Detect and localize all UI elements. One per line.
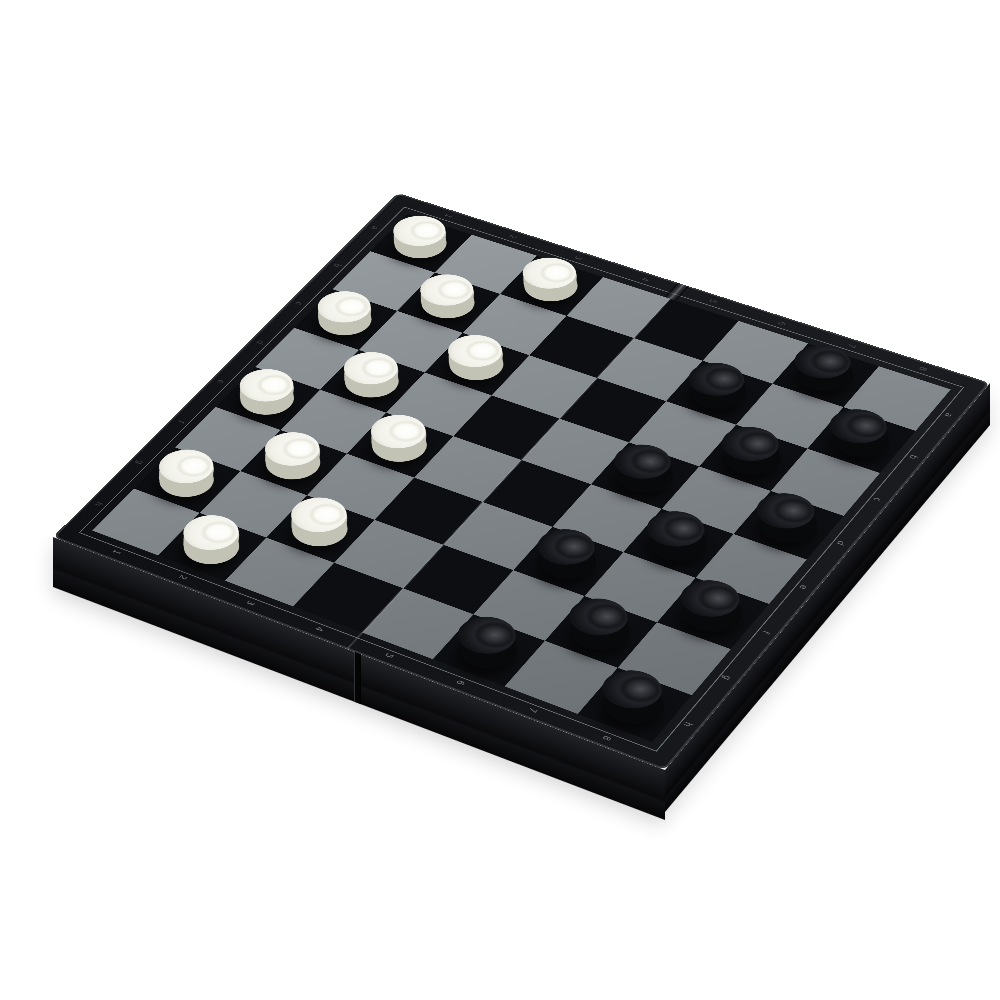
- black-checker-g7[interactable]: ⛂: [562, 607, 641, 657]
- white-checker-c1[interactable]: ⛀: [309, 298, 381, 341]
- white-checker-e1[interactable]: ⛀: [231, 376, 305, 420]
- white-checker-f2[interactable]: ⛀: [256, 440, 331, 486]
- scene: abcdefgh abcdefgh 87654321 87654321 ⛂⛂⛂⛂…: [0, 0, 1000, 1000]
- black-checker-d8[interactable]: ⛂: [750, 501, 828, 549]
- white-checker-h2[interactable]: ⛀: [174, 523, 250, 571]
- black-checker-b8[interactable]: ⛂: [823, 417, 899, 463]
- white-checker-b2[interactable]: ⛀: [412, 281, 484, 324]
- black-checker-h6[interactable]: ⛂: [449, 625, 528, 676]
- black-checker-h8[interactable]: ⛂: [595, 679, 675, 731]
- black-checker-b6[interactable]: ⛂: [682, 370, 757, 415]
- white-checker-d2[interactable]: ⛀: [336, 359, 410, 403]
- checkers-board: abcdefgh abcdefgh 87654321 87654321 ⛂⛂⛂⛂…: [53, 193, 990, 770]
- fold-hinge-gap-side: [354, 652, 361, 705]
- white-checker-g3[interactable]: ⛀: [282, 505, 358, 553]
- white-checker-a3[interactable]: ⛀: [515, 264, 587, 306]
- white-checker-c3[interactable]: ⛀: [440, 342, 514, 386]
- black-checker-f6[interactable]: ⛂: [530, 537, 608, 586]
- board-grid: ⛂⛂⛂⛂⛂⛂⛂⛂⛂⛂⛂⛂⛀⛀⛀⛀⛀⛀⛀⛀⛀⛀⛀⛀: [92, 214, 950, 742]
- black-checker-a7[interactable]: ⛂: [788, 353, 863, 398]
- black-checker-f8[interactable]: ⛂: [674, 588, 753, 638]
- black-checker-e7[interactable]: ⛂: [640, 519, 718, 568]
- white-checker-g1[interactable]: ⛀: [150, 457, 225, 503]
- white-checker-e3[interactable]: ⛀: [363, 422, 438, 468]
- black-checker-c7[interactable]: ⛂: [715, 434, 791, 481]
- white-checker-a1[interactable]: ⛀: [385, 222, 456, 263]
- black-checker-d6[interactable]: ⛂: [607, 452, 683, 499]
